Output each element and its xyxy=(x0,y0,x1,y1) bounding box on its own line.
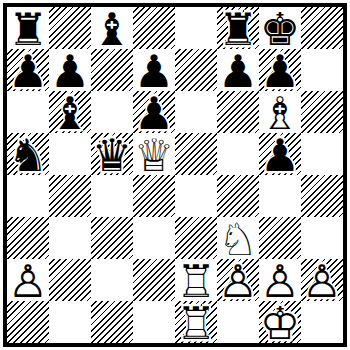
piece-halo: ♟ xyxy=(216,258,261,303)
square-h6[interactable] xyxy=(301,91,343,133)
square-a1[interactable] xyxy=(7,301,49,343)
piece-halo: ♝ xyxy=(258,90,303,135)
piece-halo: ♟ xyxy=(216,48,261,93)
square-h8[interactable] xyxy=(301,7,343,49)
square-f7[interactable]: ♟♟ xyxy=(217,49,259,91)
piece-halo: ♟ xyxy=(258,132,303,177)
square-f2[interactable]: ♟♙ xyxy=(217,259,259,301)
square-e4[interactable] xyxy=(175,175,217,217)
piece-halo: ♜ xyxy=(174,258,219,303)
square-b1[interactable] xyxy=(49,301,91,343)
piece-black-pawn: ♟ xyxy=(49,50,91,92)
piece-halo: ♟ xyxy=(6,258,51,303)
piece-halo: ♚ xyxy=(258,300,303,345)
piece-black-pawn: ♟ xyxy=(259,50,301,92)
piece-white-queen: ♕ xyxy=(133,134,175,176)
square-a8[interactable]: ♜♜ xyxy=(7,7,49,49)
piece-black-bishop: ♝ xyxy=(91,8,133,50)
square-g8[interactable]: ♚♚ xyxy=(259,7,301,49)
square-h5[interactable] xyxy=(301,133,343,175)
square-f5[interactable] xyxy=(217,133,259,175)
square-c4[interactable] xyxy=(91,175,133,217)
square-b2[interactable] xyxy=(49,259,91,301)
piece-halo: ♟ xyxy=(132,48,177,93)
square-f6[interactable] xyxy=(217,91,259,133)
piece-black-king: ♚ xyxy=(259,8,301,50)
square-c5[interactable]: ♛♛ xyxy=(91,133,133,175)
piece-white-king: ♔ xyxy=(259,302,301,344)
piece-white-rook: ♖ xyxy=(175,260,217,302)
square-e6[interactable] xyxy=(175,91,217,133)
piece-halo: ♟ xyxy=(48,48,93,93)
chess-board: ♜♜♝♝♜♜♚♚♟♟♟♟♟♟♟♟♟♟♝♝♟♟♝♗♞♞♛♛♛♕♟♟♞♘♟♙♜♖♟♙… xyxy=(7,7,343,343)
square-e5[interactable] xyxy=(175,133,217,175)
square-c1[interactable] xyxy=(91,301,133,343)
piece-white-rook: ♖ xyxy=(175,302,217,344)
piece-halo: ♛ xyxy=(90,132,135,177)
piece-halo: ♟ xyxy=(258,258,303,303)
piece-white-pawn: ♙ xyxy=(301,260,343,302)
square-d2[interactable] xyxy=(133,259,175,301)
piece-halo: ♟ xyxy=(6,48,51,93)
piece-halo: ♟ xyxy=(258,48,303,93)
square-h4[interactable] xyxy=(301,175,343,217)
piece-white-knight: ♘ xyxy=(217,218,259,260)
square-a3[interactable] xyxy=(7,217,49,259)
square-h2[interactable]: ♟♙ xyxy=(301,259,343,301)
piece-black-pawn: ♟ xyxy=(259,134,301,176)
piece-black-rook: ♜ xyxy=(217,8,259,50)
piece-black-pawn: ♟ xyxy=(133,50,175,92)
square-a6[interactable] xyxy=(7,91,49,133)
piece-halo: ♟ xyxy=(132,90,177,135)
piece-black-pawn: ♟ xyxy=(133,92,175,134)
piece-black-pawn: ♟ xyxy=(217,50,259,92)
square-a2[interactable]: ♟♙ xyxy=(7,259,49,301)
piece-white-pawn: ♙ xyxy=(259,260,301,302)
square-c2[interactable] xyxy=(91,259,133,301)
square-c3[interactable] xyxy=(91,217,133,259)
square-f8[interactable]: ♜♜ xyxy=(217,7,259,49)
square-f3[interactable]: ♞♘ xyxy=(217,217,259,259)
piece-halo: ♜ xyxy=(216,6,261,51)
piece-black-queen: ♛ xyxy=(91,134,133,176)
square-d3[interactable] xyxy=(133,217,175,259)
square-b8[interactable] xyxy=(49,7,91,49)
square-g5[interactable]: ♟♟ xyxy=(259,133,301,175)
square-e7[interactable] xyxy=(175,49,217,91)
square-d5[interactable]: ♛♕ xyxy=(133,133,175,175)
square-f1[interactable] xyxy=(217,301,259,343)
piece-halo: ♜ xyxy=(174,300,219,345)
square-a4[interactable] xyxy=(7,175,49,217)
piece-white-pawn: ♙ xyxy=(7,260,49,302)
square-b4[interactable] xyxy=(49,175,91,217)
square-e8[interactable] xyxy=(175,7,217,49)
piece-black-pawn: ♟ xyxy=(7,50,49,92)
square-d6[interactable]: ♟♟ xyxy=(133,91,175,133)
square-f4[interactable] xyxy=(217,175,259,217)
square-c8[interactable]: ♝♝ xyxy=(91,7,133,49)
piece-halo: ♝ xyxy=(90,6,135,51)
square-g2[interactable]: ♟♙ xyxy=(259,259,301,301)
square-a7[interactable]: ♟♟ xyxy=(7,49,49,91)
square-g4[interactable] xyxy=(259,175,301,217)
piece-halo: ♜ xyxy=(6,6,51,51)
piece-halo: ♚ xyxy=(258,6,303,51)
piece-halo: ♝ xyxy=(48,90,93,135)
piece-white-bishop: ♗ xyxy=(259,92,301,134)
square-b5[interactable] xyxy=(49,133,91,175)
piece-halo: ♞ xyxy=(216,216,261,261)
square-g1[interactable]: ♚♔ xyxy=(259,301,301,343)
piece-white-pawn: ♙ xyxy=(217,260,259,302)
square-g6[interactable]: ♝♗ xyxy=(259,91,301,133)
square-g3[interactable] xyxy=(259,217,301,259)
square-a5[interactable]: ♞♞ xyxy=(7,133,49,175)
piece-halo: ♟ xyxy=(300,258,345,303)
square-d8[interactable] xyxy=(133,7,175,49)
square-b3[interactable] xyxy=(49,217,91,259)
square-g7[interactable]: ♟♟ xyxy=(259,49,301,91)
square-e3[interactable] xyxy=(175,217,217,259)
square-b6[interactable]: ♝♝ xyxy=(49,91,91,133)
square-c7[interactable] xyxy=(91,49,133,91)
square-c6[interactable] xyxy=(91,91,133,133)
square-b7[interactable]: ♟♟ xyxy=(49,49,91,91)
square-d1[interactable] xyxy=(133,301,175,343)
square-h3[interactable] xyxy=(301,217,343,259)
piece-black-knight: ♞ xyxy=(7,134,49,176)
square-d4[interactable] xyxy=(133,175,175,217)
square-e1[interactable]: ♜♖ xyxy=(175,301,217,343)
square-d7[interactable]: ♟♟ xyxy=(133,49,175,91)
chess-board-frame: ♜♜♝♝♜♜♚♚♟♟♟♟♟♟♟♟♟♟♝♝♟♟♝♗♞♞♛♛♛♕♟♟♞♘♟♙♜♖♟♙… xyxy=(3,3,347,347)
piece-halo: ♛ xyxy=(132,132,177,177)
piece-halo: ♞ xyxy=(6,132,51,177)
square-h1[interactable] xyxy=(301,301,343,343)
piece-black-rook: ♜ xyxy=(7,8,49,50)
square-h7[interactable] xyxy=(301,49,343,91)
square-e2[interactable]: ♜♖ xyxy=(175,259,217,301)
piece-black-bishop: ♝ xyxy=(49,92,91,134)
